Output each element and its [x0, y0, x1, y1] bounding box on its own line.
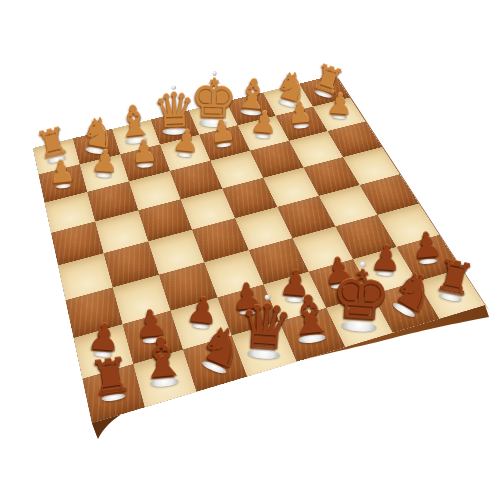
black-bishop-glyph: ♝	[136, 331, 188, 386]
piece-black-rook-h8[interactable]: ♜	[431, 254, 478, 302]
piece-white-pawn-c2[interactable]: ♟	[130, 137, 158, 167]
piece-white-pawn-g2[interactable]: ♟	[286, 98, 314, 127]
white-pawn-glyph: ♟	[172, 127, 201, 158]
white-pawn-glyph: ♟	[326, 89, 353, 118]
piece-white-pawn-a2[interactable]: ♟	[46, 157, 76, 188]
black-rook-glyph: ♜	[87, 351, 134, 401]
piece-white-pawn-f2[interactable]: ♟	[250, 108, 278, 138]
piece-black-king-f8[interactable]: ♚	[329, 262, 393, 330]
white-pawn-glyph: ♟	[250, 108, 278, 138]
black-bishop-glyph: ♝	[284, 289, 335, 343]
white-pawn-glyph: ♟	[46, 157, 76, 188]
black-rook-glyph: ♜	[431, 254, 478, 302]
chess-photo-scene: ♜♞♝♛♚♝♞♜♟♟♟♟♟♟♟♟♟♟♟♟♟♟♟♟♜♝♞♛♝♚♞♜	[0, 0, 500, 500]
piece-layer: ♜♞♝♛♚♝♞♜♟♟♟♟♟♟♟♟♟♟♟♟♟♟♟♟♜♝♞♛♝♚♞♜	[0, 0, 500, 500]
piece-black-rook-a8[interactable]: ♜	[87, 351, 134, 401]
white-pawn-glyph: ♟	[208, 117, 238, 148]
piece-white-pawn-h2[interactable]: ♟	[326, 89, 353, 118]
piece-white-pawn-b2[interactable]: ♟	[91, 147, 120, 177]
piece-white-pawn-d2[interactable]: ♟	[172, 127, 201, 158]
piece-black-bishop-b8[interactable]: ♝	[136, 331, 188, 386]
queen-metal-finial	[171, 85, 175, 89]
black-king-glyph: ♚	[329, 262, 393, 330]
piece-black-bishop-e8[interactable]: ♝	[284, 289, 335, 343]
white-pawn-glyph: ♟	[91, 147, 120, 177]
piece-white-pawn-e2[interactable]: ♟	[208, 117, 238, 148]
white-pawn-glyph: ♟	[130, 137, 158, 167]
white-pawn-glyph: ♟	[286, 98, 314, 127]
king-metal-finial	[212, 71, 217, 76]
